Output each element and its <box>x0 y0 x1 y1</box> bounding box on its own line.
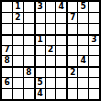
cell-r4c7-empty[interactable] <box>67 35 77 45</box>
sudoku-board: 13452713728482654 <box>0 0 101 101</box>
cell-r8c3-empty[interactable] <box>24 78 34 88</box>
cell-r1c7-empty[interactable] <box>67 2 77 12</box>
cell-r1c9-empty[interactable] <box>89 2 99 12</box>
cell-r3c8-empty[interactable] <box>78 24 88 34</box>
cell-r8c4-given[interactable]: 5 <box>35 78 45 88</box>
cell-r9c6-empty[interactable] <box>56 89 66 99</box>
cell-r3c1-empty[interactable] <box>2 24 12 34</box>
cell-r3c2-empty[interactable] <box>13 24 23 34</box>
cell-r9c1-empty[interactable] <box>2 89 12 99</box>
cell-r2c9-empty[interactable] <box>89 13 99 23</box>
cell-r7c3-given[interactable]: 8 <box>24 67 34 77</box>
cell-r5c1-given[interactable]: 7 <box>2 46 12 56</box>
cell-r3c3-empty[interactable] <box>24 24 34 34</box>
cell-r7c4-empty[interactable] <box>35 67 45 77</box>
cell-r9c3-empty[interactable] <box>24 89 34 99</box>
cell-r3c9-empty[interactable] <box>89 24 99 34</box>
cell-r6c6-empty[interactable] <box>56 56 66 66</box>
cell-r2c4-empty[interactable] <box>35 13 45 23</box>
cell-r1c2-given[interactable]: 1 <box>13 2 23 12</box>
cell-r5c2-empty[interactable] <box>13 46 23 56</box>
cell-r6c8-given[interactable]: 4 <box>78 56 88 66</box>
cell-r7c6-empty[interactable] <box>56 67 66 77</box>
cell-r2c3-empty[interactable] <box>24 13 34 23</box>
cell-r7c5-empty[interactable] <box>46 67 56 77</box>
cell-r6c1-given[interactable]: 8 <box>2 56 12 66</box>
cell-r8c1-given[interactable]: 6 <box>2 78 12 88</box>
cell-r7c8-empty[interactable] <box>78 67 88 77</box>
cell-r9c9-empty[interactable] <box>89 89 99 99</box>
cell-r1c8-given[interactable]: 5 <box>78 2 88 12</box>
cell-r1c4-given[interactable]: 3 <box>35 2 45 12</box>
cell-r6c9-empty[interactable] <box>89 56 99 66</box>
cell-r5c6-empty[interactable] <box>56 46 66 56</box>
cell-r3c4-empty[interactable] <box>35 24 45 34</box>
cell-r5c3-empty[interactable] <box>24 46 34 56</box>
cell-r7c1-empty[interactable] <box>2 67 12 77</box>
cell-r4c8-empty[interactable] <box>78 35 88 45</box>
cell-r5c9-empty[interactable] <box>89 46 99 56</box>
cell-r5c4-empty[interactable] <box>35 46 45 56</box>
cell-r4c1-empty[interactable] <box>2 35 12 45</box>
cell-r6c3-empty[interactable] <box>24 56 34 66</box>
cell-r5c5-given[interactable]: 2 <box>46 46 56 56</box>
cell-r8c6-empty[interactable] <box>56 78 66 88</box>
cell-r4c5-empty[interactable] <box>46 35 56 45</box>
cell-r9c7-empty[interactable] <box>67 89 77 99</box>
cell-r7c9-empty[interactable] <box>89 67 99 77</box>
cell-r8c5-empty[interactable] <box>46 78 56 88</box>
cell-r5c8-empty[interactable] <box>78 46 88 56</box>
cell-r2c5-empty[interactable] <box>46 13 56 23</box>
cell-r9c2-empty[interactable] <box>13 89 23 99</box>
cell-r8c8-empty[interactable] <box>78 78 88 88</box>
cell-r6c4-empty[interactable] <box>35 56 45 66</box>
cell-r3c6-empty[interactable] <box>56 24 66 34</box>
cell-r4c4-given[interactable]: 1 <box>35 35 45 45</box>
cell-r7c7-given[interactable]: 2 <box>67 67 77 77</box>
cell-r2c6-empty[interactable] <box>56 13 66 23</box>
cell-r8c2-empty[interactable] <box>13 78 23 88</box>
cell-r2c8-empty[interactable] <box>78 13 88 23</box>
cell-r2c1-empty[interactable] <box>2 13 12 23</box>
cell-r1c3-empty[interactable] <box>24 2 34 12</box>
cell-r9c5-empty[interactable] <box>46 89 56 99</box>
cell-r9c4-given[interactable]: 4 <box>35 89 45 99</box>
cell-r1c1-empty[interactable] <box>2 2 12 12</box>
cell-r6c2-empty[interactable] <box>13 56 23 66</box>
cell-r6c5-empty[interactable] <box>46 56 56 66</box>
cell-r4c6-empty[interactable] <box>56 35 66 45</box>
cell-r3c7-empty[interactable] <box>67 24 77 34</box>
cell-r5c7-empty[interactable] <box>67 46 77 56</box>
cell-r4c2-empty[interactable] <box>13 35 23 45</box>
cell-r4c3-empty[interactable] <box>24 35 34 45</box>
cell-r9c8-empty[interactable] <box>78 89 88 99</box>
cell-r7c2-empty[interactable] <box>13 67 23 77</box>
cell-r8c7-empty[interactable] <box>67 78 77 88</box>
cell-r6c7-empty[interactable] <box>67 56 77 66</box>
cell-r8c9-empty[interactable] <box>89 78 99 88</box>
cell-r2c7-given[interactable]: 7 <box>67 13 77 23</box>
cell-r2c2-given[interactable]: 2 <box>13 13 23 23</box>
cell-r3c5-empty[interactable] <box>46 24 56 34</box>
cell-r1c5-empty[interactable] <box>46 2 56 12</box>
cell-r4c9-given[interactable]: 3 <box>89 35 99 45</box>
cell-r1c6-given[interactable]: 4 <box>56 2 66 12</box>
